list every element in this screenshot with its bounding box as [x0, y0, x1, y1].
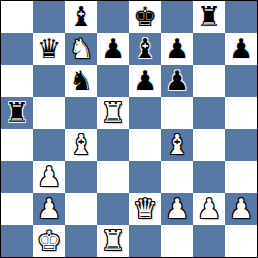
square-e7[interactable]: ♝: [129, 33, 161, 65]
square-b1[interactable]: ♚: [33, 225, 65, 257]
square-g7[interactable]: [193, 33, 225, 65]
square-g8[interactable]: ♜: [193, 1, 225, 33]
square-a6[interactable]: [1, 65, 33, 97]
square-d1[interactable]: ♜: [97, 225, 129, 257]
square-g2[interactable]: ♟: [193, 193, 225, 225]
white-queen[interactable]: ♛: [133, 193, 157, 225]
square-e5[interactable]: [129, 97, 161, 129]
square-h2[interactable]: ♟: [225, 193, 257, 225]
black-rook[interactable]: ♜: [197, 1, 221, 33]
square-d7[interactable]: ♟: [97, 33, 129, 65]
square-a7[interactable]: [1, 33, 33, 65]
square-d6[interactable]: [97, 65, 129, 97]
square-e3[interactable]: [129, 161, 161, 193]
square-a2[interactable]: [1, 193, 33, 225]
black-pawn[interactable]: ♟: [101, 33, 125, 65]
square-d5[interactable]: ♜: [97, 97, 129, 129]
black-king[interactable]: ♚: [133, 1, 157, 33]
black-rook[interactable]: ♜: [5, 97, 29, 129]
black-queen[interactable]: ♛: [37, 33, 61, 65]
square-b6[interactable]: [33, 65, 65, 97]
square-b4[interactable]: [33, 129, 65, 161]
square-h1[interactable]: [225, 225, 257, 257]
square-c6[interactable]: ♞: [65, 65, 97, 97]
square-g4[interactable]: [193, 129, 225, 161]
square-g3[interactable]: [193, 161, 225, 193]
chess-board-frame: ♝♚♜♛♞♟♝♟♟♞♟♟♜♜♝♝♟♟♛♟♟♟♚♜: [0, 0, 258, 258]
square-g6[interactable]: [193, 65, 225, 97]
white-pawn[interactable]: ♟: [197, 193, 221, 225]
square-f2[interactable]: ♟: [161, 193, 193, 225]
square-h8[interactable]: [225, 1, 257, 33]
square-e4[interactable]: [129, 129, 161, 161]
square-c8[interactable]: ♝: [65, 1, 97, 33]
square-c2[interactable]: [65, 193, 97, 225]
square-h4[interactable]: [225, 129, 257, 161]
white-knight[interactable]: ♞: [69, 33, 93, 65]
square-h7[interactable]: ♟: [225, 33, 257, 65]
square-b8[interactable]: [33, 1, 65, 33]
black-knight[interactable]: ♞: [69, 65, 93, 97]
square-a8[interactable]: [1, 1, 33, 33]
black-pawn[interactable]: ♟: [165, 33, 189, 65]
square-c4[interactable]: ♝: [65, 129, 97, 161]
square-a4[interactable]: [1, 129, 33, 161]
square-f3[interactable]: [161, 161, 193, 193]
square-a3[interactable]: [1, 161, 33, 193]
square-c3[interactable]: [65, 161, 97, 193]
square-b7[interactable]: ♛: [33, 33, 65, 65]
square-b5[interactable]: [33, 97, 65, 129]
square-f7[interactable]: ♟: [161, 33, 193, 65]
white-king[interactable]: ♚: [37, 225, 61, 257]
white-bishop[interactable]: ♝: [165, 129, 189, 161]
square-g1[interactable]: [193, 225, 225, 257]
square-c7[interactable]: ♞: [65, 33, 97, 65]
square-e2[interactable]: ♛: [129, 193, 161, 225]
black-pawn[interactable]: ♟: [165, 65, 189, 97]
black-bishop[interactable]: ♝: [69, 1, 93, 33]
square-e8[interactable]: ♚: [129, 1, 161, 33]
white-rook[interactable]: ♜: [101, 97, 125, 129]
square-d4[interactable]: [97, 129, 129, 161]
white-bishop[interactable]: ♝: [69, 129, 93, 161]
square-d3[interactable]: [97, 161, 129, 193]
square-a1[interactable]: [1, 225, 33, 257]
square-f4[interactable]: ♝: [161, 129, 193, 161]
square-c1[interactable]: [65, 225, 97, 257]
black-pawn[interactable]: ♟: [133, 65, 157, 97]
square-h5[interactable]: [225, 97, 257, 129]
square-d8[interactable]: [97, 1, 129, 33]
square-g5[interactable]: [193, 97, 225, 129]
square-c5[interactable]: [65, 97, 97, 129]
chess-board: ♝♚♜♛♞♟♝♟♟♞♟♟♜♜♝♝♟♟♛♟♟♟♚♜: [1, 1, 257, 257]
square-b3[interactable]: ♟: [33, 161, 65, 193]
white-pawn[interactable]: ♟: [37, 193, 61, 225]
black-bishop[interactable]: ♝: [133, 33, 157, 65]
white-pawn[interactable]: ♟: [37, 161, 61, 193]
white-pawn[interactable]: ♟: [229, 193, 253, 225]
square-f6[interactable]: ♟: [161, 65, 193, 97]
square-e6[interactable]: ♟: [129, 65, 161, 97]
square-e1[interactable]: [129, 225, 161, 257]
square-h6[interactable]: [225, 65, 257, 97]
square-f1[interactable]: [161, 225, 193, 257]
white-rook[interactable]: ♜: [101, 225, 125, 257]
square-f5[interactable]: [161, 97, 193, 129]
square-b2[interactable]: ♟: [33, 193, 65, 225]
square-f8[interactable]: [161, 1, 193, 33]
square-h3[interactable]: [225, 161, 257, 193]
white-pawn[interactable]: ♟: [165, 193, 189, 225]
square-a5[interactable]: ♜: [1, 97, 33, 129]
square-d2[interactable]: [97, 193, 129, 225]
black-pawn[interactable]: ♟: [229, 33, 253, 65]
